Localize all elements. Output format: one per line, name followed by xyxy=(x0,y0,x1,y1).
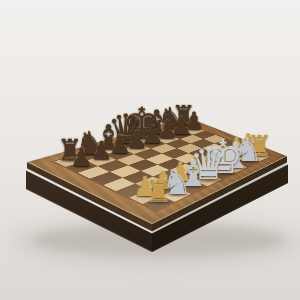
scene: ♜♞♝♛♚♝♞♜♟♟♟♟♟♟♟♟♟♟♟♟♟♟♟♟♜♞♝♛♚♝♞♜ xyxy=(0,0,300,300)
piece-black-pawn[interactable]: ♟ xyxy=(70,145,93,170)
piece-white-rook[interactable]: ♜ xyxy=(145,177,173,208)
piece-black-pawn[interactable]: ♟ xyxy=(90,139,112,164)
